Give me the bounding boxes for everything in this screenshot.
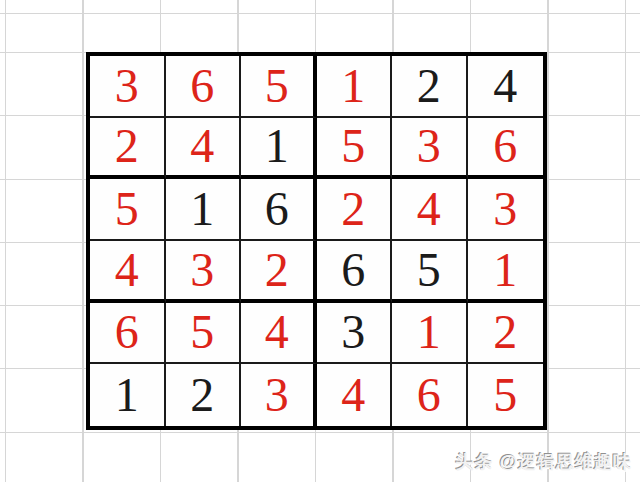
cell-r1c2[interactable]: 6 xyxy=(166,56,242,118)
cell-r6c6[interactable]: 5 xyxy=(468,364,544,426)
cell-r4c4[interactable]: 6 xyxy=(317,241,393,303)
cell-r4c3[interactable]: 2 xyxy=(241,241,317,303)
cell-r2c5[interactable]: 3 xyxy=(392,118,468,180)
cell-r3c3[interactable]: 6 xyxy=(241,179,317,241)
cell-r3c1[interactable]: 5 xyxy=(90,179,166,241)
cell-r6c4[interactable]: 4 xyxy=(317,364,393,426)
cell-r2c6[interactable]: 6 xyxy=(468,118,544,180)
cell-r6c1[interactable]: 1 xyxy=(90,364,166,426)
cell-r2c3[interactable]: 1 xyxy=(241,118,317,180)
cell-r4c6[interactable]: 1 xyxy=(468,241,544,303)
cell-r5c6[interactable]: 2 xyxy=(468,303,544,365)
sudoku-board: 365124241536516243432651654312123465 xyxy=(86,52,547,430)
cell-r6c5[interactable]: 6 xyxy=(392,364,468,426)
cell-r5c5[interactable]: 1 xyxy=(392,303,468,365)
cell-r5c2[interactable]: 5 xyxy=(166,303,242,365)
cell-r5c3[interactable]: 4 xyxy=(241,303,317,365)
cell-r1c5[interactable]: 2 xyxy=(392,56,468,118)
cell-r3c6[interactable]: 3 xyxy=(468,179,544,241)
cell-r3c4[interactable]: 2 xyxy=(317,179,393,241)
cell-r1c6[interactable]: 4 xyxy=(468,56,544,118)
cell-r4c1[interactable]: 4 xyxy=(90,241,166,303)
cell-r1c4[interactable]: 1 xyxy=(317,56,393,118)
cell-r5c1[interactable]: 6 xyxy=(90,303,166,365)
cell-r1c1[interactable]: 3 xyxy=(90,56,166,118)
cell-r5c4[interactable]: 3 xyxy=(317,303,393,365)
cell-r2c2[interactable]: 4 xyxy=(166,118,242,180)
watermark-text: 头条 @逻辑思维趣味 xyxy=(455,450,632,474)
cell-r3c5[interactable]: 4 xyxy=(392,179,468,241)
cell-r4c5[interactable]: 5 xyxy=(392,241,468,303)
cell-r6c2[interactable]: 2 xyxy=(166,364,242,426)
cell-r4c2[interactable]: 3 xyxy=(166,241,242,303)
cell-r2c4[interactable]: 5 xyxy=(317,118,393,180)
cell-r3c2[interactable]: 1 xyxy=(166,179,242,241)
cell-r1c3[interactable]: 5 xyxy=(241,56,317,118)
cell-r2c1[interactable]: 2 xyxy=(90,118,166,180)
cell-r6c3[interactable]: 3 xyxy=(241,364,317,426)
